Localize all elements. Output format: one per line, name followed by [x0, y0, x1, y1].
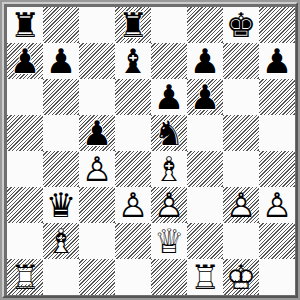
black-pawn-icon: ♟: [187, 43, 223, 79]
chess-board-grid: ♜♜♚♟♟♝♟♟♟♟♟♞♟♙♝♗♛♟♙♟♙♟♙♟♙♝♗♛♕♜♖♜♖♚♔: [7, 7, 295, 295]
square-d6[interactable]: [115, 79, 151, 115]
square-h6[interactable]: [259, 79, 295, 115]
white-pawn-icon: ♙: [115, 187, 151, 223]
white-pawn-fill: ♟: [151, 187, 187, 223]
white-king-fill: ♚: [223, 259, 259, 295]
white-bishop-icon: ♗: [43, 223, 79, 259]
square-d1[interactable]: [115, 259, 151, 295]
square-b1[interactable]: [43, 259, 79, 295]
square-d2[interactable]: [115, 223, 151, 259]
white-pawn-fill: ♟: [259, 187, 295, 223]
black-pawn-icon: ♟: [43, 43, 79, 79]
square-f2[interactable]: [187, 223, 223, 259]
square-g1[interactable]: ♚♔: [223, 259, 259, 295]
square-h8[interactable]: [259, 7, 295, 43]
black-pawn-icon: ♟: [7, 43, 43, 79]
square-a7[interactable]: ♟: [7, 43, 43, 79]
square-d8[interactable]: ♜: [115, 7, 151, 43]
black-rook-icon: ♜: [7, 7, 43, 43]
square-c7[interactable]: [79, 43, 115, 79]
white-rook-fill: ♜: [187, 259, 223, 295]
square-e5[interactable]: ♞: [151, 115, 187, 151]
square-g6[interactable]: [223, 79, 259, 115]
square-a5[interactable]: [7, 115, 43, 151]
board-bevel: ♜♜♚♟♟♝♟♟♟♟♟♞♟♙♝♗♛♟♙♟♙♟♙♟♙♝♗♛♕♜♖♜♖♚♔: [2, 2, 298, 298]
square-d4[interactable]: [115, 151, 151, 187]
square-c1[interactable]: [79, 259, 115, 295]
white-pawn-icon: ♙: [79, 151, 115, 187]
square-h5[interactable]: [259, 115, 295, 151]
square-b3[interactable]: ♛: [43, 187, 79, 223]
square-b8[interactable]: [43, 7, 79, 43]
white-pawn-icon: ♙: [151, 187, 187, 223]
black-pawn-icon: ♟: [79, 115, 115, 151]
square-e3[interactable]: ♟♙: [151, 187, 187, 223]
square-g8[interactable]: ♚: [223, 7, 259, 43]
square-b7[interactable]: ♟: [43, 43, 79, 79]
square-f7[interactable]: ♟: [187, 43, 223, 79]
black-knight-icon: ♞: [151, 115, 187, 151]
white-bishop-fill: ♝: [151, 151, 187, 187]
white-pawn-fill: ♟: [79, 151, 115, 187]
black-pawn-icon: ♟: [259, 43, 295, 79]
square-a1[interactable]: ♜♖: [7, 259, 43, 295]
white-bishop-fill: ♝: [43, 223, 79, 259]
square-f3[interactable]: [187, 187, 223, 223]
square-g3[interactable]: ♟♙: [223, 187, 259, 223]
square-a6[interactable]: [7, 79, 43, 115]
square-g4[interactable]: [223, 151, 259, 187]
black-queen-icon: ♛: [43, 187, 79, 223]
white-king-icon: ♔: [223, 259, 259, 295]
square-b4[interactable]: [43, 151, 79, 187]
square-e8[interactable]: [151, 7, 187, 43]
white-queen-fill: ♛: [151, 223, 187, 259]
white-pawn-icon: ♙: [259, 187, 295, 223]
white-pawn-fill: ♟: [223, 187, 259, 223]
square-c4[interactable]: ♟♙: [79, 151, 115, 187]
square-h3[interactable]: ♟♙: [259, 187, 295, 223]
black-king-icon: ♚: [223, 7, 259, 43]
black-pawn-icon: ♟: [151, 79, 187, 115]
square-c3[interactable]: [79, 187, 115, 223]
square-d3[interactable]: ♟♙: [115, 187, 151, 223]
square-a8[interactable]: ♜: [7, 7, 43, 43]
square-h4[interactable]: [259, 151, 295, 187]
square-f4[interactable]: [187, 151, 223, 187]
white-pawn-icon: ♙: [223, 187, 259, 223]
square-g7[interactable]: [223, 43, 259, 79]
square-b2[interactable]: ♝♗: [43, 223, 79, 259]
square-h1[interactable]: [259, 259, 295, 295]
white-rook-icon: ♖: [7, 259, 43, 295]
square-b6[interactable]: [43, 79, 79, 115]
square-d5[interactable]: [115, 115, 151, 151]
square-h7[interactable]: ♟: [259, 43, 295, 79]
square-f6[interactable]: ♟: [187, 79, 223, 115]
white-rook-icon: ♖: [187, 259, 223, 295]
square-c2[interactable]: [79, 223, 115, 259]
white-rook-fill: ♜: [7, 259, 43, 295]
square-c5[interactable]: ♟: [79, 115, 115, 151]
square-c8[interactable]: [79, 7, 115, 43]
black-rook-icon: ♜: [115, 7, 151, 43]
square-e4[interactable]: ♝♗: [151, 151, 187, 187]
white-bishop-icon: ♗: [151, 151, 187, 187]
board-outer-frame: ♜♜♚♟♟♝♟♟♟♟♟♞♟♙♝♗♛♟♙♟♙♟♙♟♙♝♗♛♕♜♖♜♖♚♔: [0, 0, 300, 300]
square-d7[interactable]: ♝: [115, 43, 151, 79]
square-f5[interactable]: [187, 115, 223, 151]
square-g2[interactable]: [223, 223, 259, 259]
square-c6[interactable]: [79, 79, 115, 115]
square-a3[interactable]: [7, 187, 43, 223]
square-h2[interactable]: [259, 223, 295, 259]
black-bishop-icon: ♝: [115, 43, 151, 79]
board-inner-frame: ♜♜♚♟♟♝♟♟♟♟♟♞♟♙♝♗♛♟♙♟♙♟♙♟♙♝♗♛♕♜♖♜♖♚♔: [4, 4, 296, 296]
square-a4[interactable]: [7, 151, 43, 187]
square-e2[interactable]: ♛♕: [151, 223, 187, 259]
black-pawn-icon: ♟: [187, 79, 223, 115]
square-f1[interactable]: ♜♖: [187, 259, 223, 295]
square-g5[interactable]: [223, 115, 259, 151]
square-a2[interactable]: [7, 223, 43, 259]
square-b5[interactable]: [43, 115, 79, 151]
square-f8[interactable]: [187, 7, 223, 43]
square-e7[interactable]: [151, 43, 187, 79]
white-pawn-fill: ♟: [115, 187, 151, 223]
square-e1[interactable]: [151, 259, 187, 295]
square-e6[interactable]: ♟: [151, 79, 187, 115]
white-queen-icon: ♕: [151, 223, 187, 259]
